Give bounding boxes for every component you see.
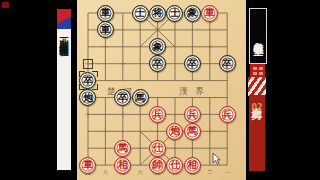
piece-black-車: 車 bbox=[97, 5, 114, 22]
piece-red-仕: 仕 bbox=[166, 157, 183, 174]
mouse-cursor bbox=[212, 153, 221, 165]
badge-glyphs bbox=[253, 67, 263, 70]
piece-black-士: 士 bbox=[166, 5, 183, 22]
piece-black-炮: 炮 bbox=[79, 89, 96, 106]
piece-red-車: 車 bbox=[79, 157, 96, 174]
piece-black-卒: 卒 bbox=[219, 55, 236, 72]
piece-black-士: 士 bbox=[132, 5, 149, 22]
piece-red-兵: 兵 bbox=[219, 106, 236, 123]
piece-black-卒: 卒 bbox=[149, 55, 166, 72]
piece-red-馬: 馬 bbox=[184, 123, 201, 140]
piece-red-相: 相 bbox=[114, 157, 131, 174]
piece-red-仕: 仕 bbox=[149, 140, 166, 157]
channel-badge bbox=[250, 64, 265, 77]
piece-black-卒: 卒 bbox=[184, 55, 201, 72]
pieces-grid: 車士将士象車車象卒卒卒卒炮卒馬兵兵兵炮馬馬仕車相帥仕相 bbox=[79, 5, 236, 174]
file-label: 二 bbox=[205, 169, 215, 175]
piece-black-車: 車 bbox=[97, 21, 114, 38]
badge-glyphs bbox=[253, 72, 263, 75]
stripe-divider bbox=[248, 77, 266, 96]
last-move-origin-marker bbox=[83, 59, 93, 69]
file-label: 八 bbox=[100, 169, 110, 175]
series-title: 后患无穷 bbox=[250, 98, 264, 102]
piece-red-車: 車 bbox=[201, 5, 218, 22]
piece-black-将: 将 bbox=[149, 5, 166, 22]
piece-black-馬: 馬 bbox=[132, 89, 149, 106]
piece-black-象: 象 bbox=[149, 38, 166, 55]
recording-mark bbox=[2, 2, 9, 8]
left-banner: 业一到业五培训视频教程 bbox=[57, 9, 71, 170]
piece-red-兵: 兵 bbox=[149, 106, 166, 123]
channel-logo-icon bbox=[57, 9, 71, 29]
series-banner: 后患无穷 02 bbox=[249, 95, 265, 171]
piece-black-卒: 卒 bbox=[114, 89, 131, 106]
right-banner-title-box: 象棋教室 bbox=[249, 8, 267, 64]
series-episode-number: 02 bbox=[251, 103, 262, 112]
channel-title: 象棋教室 bbox=[251, 34, 265, 38]
left-banner-text: 业一到业五培训视频教程 bbox=[57, 31, 71, 42]
xiangqi-board: 楚河 漢界 車士将士象車車象卒卒卒卒炮卒馬兵兵兵炮馬馬仕車相帥仕相 九八七六五四… bbox=[77, 0, 246, 180]
piece-red-兵: 兵 bbox=[184, 106, 201, 123]
piece-red-炮: 炮 bbox=[166, 123, 183, 140]
piece-red-馬: 馬 bbox=[114, 140, 131, 157]
piece-red-帥: 帥 bbox=[149, 157, 166, 174]
piece-black-象: 象 bbox=[184, 5, 201, 22]
file-label: 一 bbox=[222, 169, 232, 175]
piece-red-相: 相 bbox=[184, 157, 201, 174]
file-label: 六 bbox=[135, 169, 145, 175]
